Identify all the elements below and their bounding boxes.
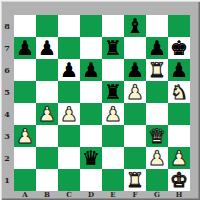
square-d4[interactable] (80, 103, 102, 125)
square-b3[interactable] (36, 125, 58, 147)
square-b8[interactable] (36, 15, 58, 37)
square-a6[interactable] (14, 59, 36, 81)
white-pawn-c4[interactable]: ♟ (60, 103, 78, 125)
square-e6[interactable] (102, 59, 124, 81)
white-rook-f1[interactable]: ♜ (126, 169, 144, 191)
rank-label-2: 2 (0, 147, 14, 169)
square-e2[interactable] (102, 147, 124, 169)
square-b2[interactable] (36, 147, 58, 169)
square-g8[interactable] (146, 15, 168, 37)
square-e8[interactable] (102, 15, 124, 37)
square-c7[interactable] (58, 37, 80, 59)
rank-label-8: 8 (0, 15, 14, 37)
black-pawn-h6[interactable]: ♟ (170, 59, 188, 81)
square-g6[interactable]: ♜ (146, 59, 168, 81)
square-c1[interactable] (58, 169, 80, 191)
square-a3[interactable]: ♟ (14, 125, 36, 147)
square-d6[interactable]: ♟ (80, 59, 102, 81)
white-king-h1[interactable]: ♚ (170, 169, 188, 191)
file-label-c: C (58, 190, 80, 200)
white-queen-g3[interactable]: ♛ (148, 125, 166, 147)
square-c4[interactable]: ♟ (58, 103, 80, 125)
file-label-h: H (168, 190, 190, 200)
square-a7[interactable]: ♟ (14, 37, 36, 59)
square-d5[interactable] (80, 81, 102, 103)
white-pawn-b4[interactable]: ♟ (38, 103, 56, 125)
square-a1[interactable] (14, 169, 36, 191)
square-f7[interactable] (124, 37, 146, 59)
square-f8[interactable]: ♝ (124, 15, 146, 37)
file-label-e: E (102, 190, 124, 200)
square-e1[interactable] (102, 169, 124, 191)
square-h3[interactable] (168, 125, 190, 147)
rank-labels-gutter: 87654321 (0, 15, 14, 191)
white-pawn-h2[interactable]: ♟ (170, 147, 188, 169)
square-f3[interactable] (124, 125, 146, 147)
square-g1[interactable] (146, 169, 168, 191)
black-pawn-g7[interactable]: ♟ (148, 37, 166, 59)
rank-label-3: 3 (0, 125, 14, 147)
square-d1[interactable] (80, 169, 102, 191)
square-f2[interactable] (124, 147, 146, 169)
file-label-g: G (146, 190, 168, 200)
file-label-a: A (14, 190, 36, 200)
chess-board: ♝♟♟♜♟♚♟♟♟♜♟♜♟♞♟♟♟♟♛♛♟♟♜♚ (14, 15, 190, 191)
square-h8[interactable] (168, 15, 190, 37)
rank-label-7: 7 (0, 37, 14, 59)
black-bishop-f8[interactable]: ♝ (126, 15, 144, 37)
rank-label-6: 6 (0, 59, 14, 81)
square-g2[interactable]: ♟ (146, 147, 168, 169)
white-pawn-f5[interactable]: ♟ (126, 81, 144, 103)
square-g7[interactable]: ♟ (146, 37, 168, 59)
white-pawn-a3[interactable]: ♟ (16, 125, 34, 147)
square-b4[interactable]: ♟ (36, 103, 58, 125)
square-c3[interactable] (58, 125, 80, 147)
square-f4[interactable] (124, 103, 146, 125)
square-a8[interactable] (14, 15, 36, 37)
black-pawn-b7[interactable]: ♟ (38, 37, 56, 59)
square-h1[interactable]: ♚ (168, 169, 190, 191)
square-f6[interactable]: ♟ (124, 59, 146, 81)
square-c5[interactable] (58, 81, 80, 103)
square-e7[interactable]: ♜ (102, 37, 124, 59)
square-a5[interactable] (14, 81, 36, 103)
square-b7[interactable]: ♟ (36, 37, 58, 59)
black-pawn-a7[interactable]: ♟ (16, 37, 34, 59)
square-b1[interactable] (36, 169, 58, 191)
rank-label-1: 1 (0, 169, 14, 191)
square-g4[interactable] (146, 103, 168, 125)
square-h5[interactable]: ♞ (168, 81, 190, 103)
square-f5[interactable]: ♟ (124, 81, 146, 103)
white-pawn-g2[interactable]: ♟ (148, 147, 166, 169)
square-d8[interactable] (80, 15, 102, 37)
square-c2[interactable] (58, 147, 80, 169)
square-b6[interactable] (36, 59, 58, 81)
black-rook-e7[interactable]: ♜ (104, 37, 122, 59)
square-h6[interactable]: ♟ (168, 59, 190, 81)
black-rook-e5[interactable]: ♜ (104, 81, 122, 103)
white-knight-h5[interactable]: ♞ (170, 81, 188, 103)
square-e3[interactable] (102, 125, 124, 147)
black-queen-d2[interactable]: ♛ (82, 147, 100, 169)
square-d7[interactable] (80, 37, 102, 59)
rank-label-5: 5 (0, 81, 14, 103)
square-h7[interactable]: ♚ (168, 37, 190, 59)
square-f1[interactable]: ♜ (124, 169, 146, 191)
square-e5[interactable]: ♜ (102, 81, 124, 103)
square-h2[interactable]: ♟ (168, 147, 190, 169)
square-h4[interactable] (168, 103, 190, 125)
square-e4[interactable]: ♟ (102, 103, 124, 125)
file-labels-gutter: ABCDEFGH (14, 190, 190, 200)
square-d3[interactable] (80, 125, 102, 147)
file-label-d: D (80, 190, 102, 200)
square-b5[interactable] (36, 81, 58, 103)
square-g3[interactable]: ♛ (146, 125, 168, 147)
square-a4[interactable] (14, 103, 36, 125)
square-c8[interactable] (58, 15, 80, 37)
file-label-f: F (124, 190, 146, 200)
white-rook-g6[interactable]: ♜ (148, 59, 166, 81)
square-a2[interactable] (14, 147, 36, 169)
square-g5[interactable] (146, 81, 168, 103)
white-pawn-e4[interactable]: ♟ (104, 103, 122, 125)
black-pawn-f6[interactable]: ♟ (126, 59, 144, 81)
chess-board-frame: 87654321 ♝♟♟♜♟♚♟♟♟♜♟♜♟♞♟♟♟♟♛♛♟♟♜♚ ABCDEF… (0, 0, 200, 200)
square-d2[interactable]: ♛ (80, 147, 102, 169)
file-label-b: B (36, 190, 58, 200)
square-c6[interactable]: ♟ (58, 59, 80, 81)
black-pawn-d6[interactable]: ♟ (82, 59, 100, 81)
rank-label-4: 4 (0, 103, 14, 125)
black-king-h7[interactable]: ♚ (170, 37, 188, 59)
black-pawn-c6[interactable]: ♟ (60, 59, 78, 81)
